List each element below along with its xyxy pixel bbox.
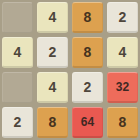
tile-8: 8 bbox=[72, 2, 103, 33]
tile-4: 4 bbox=[37, 2, 68, 33]
tile-value: 8 bbox=[49, 115, 57, 129]
tile-value: 8 bbox=[84, 45, 92, 59]
tile-2: 2 bbox=[2, 107, 33, 138]
tile-64: 64 bbox=[72, 107, 103, 138]
2048-board[interactable]: 4824284423228648 bbox=[0, 0, 140, 140]
tile-2: 2 bbox=[37, 37, 68, 68]
tile-value: 4 bbox=[119, 45, 127, 59]
tile-32: 32 bbox=[107, 72, 138, 103]
tile-2: 2 bbox=[72, 72, 103, 103]
tile-value: 4 bbox=[49, 10, 57, 24]
tile-value: 32 bbox=[116, 81, 129, 93]
tile-8: 8 bbox=[107, 107, 138, 138]
tile-value: 8 bbox=[84, 10, 92, 24]
tile-4: 4 bbox=[37, 72, 68, 103]
tile-value: 2 bbox=[119, 10, 127, 24]
tile-value: 64 bbox=[81, 116, 94, 128]
tile-4: 4 bbox=[2, 37, 33, 68]
tile-value: 2 bbox=[84, 80, 92, 94]
tile-8: 8 bbox=[37, 107, 68, 138]
tile-value: 4 bbox=[49, 80, 57, 94]
tile-value: 4 bbox=[14, 45, 22, 59]
tile-value: 8 bbox=[119, 115, 127, 129]
tile-value: 2 bbox=[49, 45, 57, 59]
tile-2: 2 bbox=[107, 2, 138, 33]
empty-cell bbox=[2, 2, 33, 33]
empty-cell bbox=[2, 72, 33, 103]
tile-4: 4 bbox=[107, 37, 138, 68]
tile-8: 8 bbox=[72, 37, 103, 68]
tile-value: 2 bbox=[14, 115, 22, 129]
